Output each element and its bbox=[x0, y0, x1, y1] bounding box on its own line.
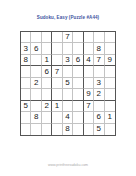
cell-r9c1[interactable] bbox=[21, 124, 31, 135]
cell-r8c7[interactable] bbox=[84, 112, 94, 123]
cell-r4c8[interactable] bbox=[94, 66, 104, 77]
cell-r3c2[interactable] bbox=[31, 55, 41, 66]
cell-r3c6: 6 bbox=[73, 55, 83, 66]
cell-r1c2[interactable] bbox=[31, 32, 41, 43]
cell-r8c6[interactable] bbox=[73, 112, 83, 123]
cell-r9c9[interactable] bbox=[105, 124, 115, 135]
cell-r6c1[interactable] bbox=[21, 89, 31, 100]
cell-r3c3: 1 bbox=[42, 55, 52, 66]
cell-r1c3[interactable] bbox=[42, 32, 52, 43]
cell-r3c7: 4 bbox=[84, 55, 94, 66]
cell-r6c6[interactable] bbox=[73, 89, 83, 100]
cell-r4c9[interactable] bbox=[105, 66, 115, 77]
sudoku-sheet: Sudoku, Easy (Puzzle #A44) 7368813647967… bbox=[0, 0, 136, 176]
cell-r2c5[interactable] bbox=[63, 43, 73, 54]
footer-url: www.printfreesudoku.com bbox=[0, 163, 136, 167]
cell-r9c2[interactable] bbox=[31, 124, 41, 135]
cell-r2c1: 3 bbox=[21, 43, 31, 54]
cell-r8c5: 4 bbox=[63, 112, 73, 123]
cell-r6c9[interactable] bbox=[105, 89, 115, 100]
cell-r7c9[interactable] bbox=[105, 101, 115, 112]
cell-r2c6[interactable] bbox=[73, 43, 83, 54]
cell-r4c6[interactable] bbox=[73, 66, 83, 77]
cell-r7c7: 7 bbox=[84, 101, 94, 112]
cell-r5c7[interactable] bbox=[84, 78, 94, 89]
cell-r6c7: 9 bbox=[84, 89, 94, 100]
cell-r6c2[interactable] bbox=[31, 89, 41, 100]
cell-r1c1[interactable] bbox=[21, 32, 31, 43]
cell-r8c4[interactable] bbox=[52, 112, 62, 123]
cell-r4c4: 7 bbox=[52, 66, 62, 77]
cell-r2c3[interactable] bbox=[42, 43, 52, 54]
cell-r2c4[interactable] bbox=[52, 43, 62, 54]
cell-r6c4[interactable] bbox=[52, 89, 62, 100]
cell-r4c2[interactable] bbox=[31, 66, 41, 77]
cell-r1c9[interactable] bbox=[105, 32, 115, 43]
cell-r8c3[interactable] bbox=[42, 112, 52, 123]
cell-r3c4[interactable] bbox=[52, 55, 62, 66]
cell-r2c2: 6 bbox=[31, 43, 41, 54]
cell-r1c8[interactable] bbox=[94, 32, 104, 43]
cell-r6c5[interactable] bbox=[63, 89, 73, 100]
cell-r6c8: 2 bbox=[94, 89, 104, 100]
cell-r4c1[interactable] bbox=[21, 66, 31, 77]
cell-r7c5[interactable] bbox=[63, 101, 73, 112]
cell-r4c3: 6 bbox=[42, 66, 52, 77]
cell-r9c4[interactable] bbox=[52, 124, 62, 135]
cell-r9c8: 5 bbox=[94, 124, 104, 135]
cell-r5c9[interactable] bbox=[105, 78, 115, 89]
cell-r5c5: 5 bbox=[63, 78, 73, 89]
cell-r3c8: 7 bbox=[94, 55, 104, 66]
cell-r4c7[interactable] bbox=[84, 66, 94, 77]
cell-r9c5: 8 bbox=[63, 124, 73, 135]
cell-r3c1: 8 bbox=[21, 55, 31, 66]
cell-r3c9: 9 bbox=[105, 55, 115, 66]
cell-r7c3: 2 bbox=[42, 101, 52, 112]
cell-r5c6[interactable] bbox=[73, 78, 83, 89]
cell-r8c8: 6 bbox=[94, 112, 104, 123]
cell-r7c4: 1 bbox=[52, 101, 62, 112]
cell-r5c3[interactable] bbox=[42, 78, 52, 89]
cell-r4c5[interactable] bbox=[63, 66, 73, 77]
cell-r7c2[interactable] bbox=[31, 101, 41, 112]
cell-r8c1[interactable] bbox=[21, 112, 31, 123]
cell-r1c7[interactable] bbox=[84, 32, 94, 43]
cell-r7c6[interactable] bbox=[73, 101, 83, 112]
cell-r6c3[interactable] bbox=[42, 89, 52, 100]
cell-r8c2: 8 bbox=[31, 112, 41, 123]
page-title: Sudoku, Easy (Puzzle #A44) bbox=[0, 15, 136, 21]
cell-r9c6[interactable] bbox=[73, 124, 83, 135]
cell-r5c1[interactable] bbox=[21, 78, 31, 89]
cell-r5c8: 3 bbox=[94, 78, 104, 89]
cell-r9c3[interactable] bbox=[42, 124, 52, 135]
cell-r1c5: 7 bbox=[63, 32, 73, 43]
cell-r9c7[interactable] bbox=[84, 124, 94, 135]
cell-r2c9[interactable] bbox=[105, 43, 115, 54]
cell-r2c8: 8 bbox=[94, 43, 104, 54]
cell-r7c8[interactable] bbox=[94, 101, 104, 112]
cell-r3c5: 3 bbox=[63, 55, 73, 66]
cell-r8c9: 1 bbox=[105, 112, 115, 123]
cell-r1c6[interactable] bbox=[73, 32, 83, 43]
cell-r7c1: 5 bbox=[21, 101, 31, 112]
cell-r2c7[interactable] bbox=[84, 43, 94, 54]
sudoku-board: 7368813647967253925217846185 bbox=[20, 31, 116, 136]
cell-r5c2: 2 bbox=[31, 78, 41, 89]
cell-r1c4[interactable] bbox=[52, 32, 62, 43]
cell-r5c4[interactable] bbox=[52, 78, 62, 89]
